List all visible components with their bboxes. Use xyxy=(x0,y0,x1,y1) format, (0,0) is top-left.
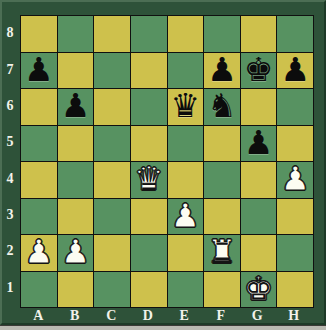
file-label-c: C xyxy=(93,306,130,325)
file-label-a: A xyxy=(20,306,57,325)
piece-white-pawn[interactable]: ♟ xyxy=(171,199,201,232)
rank-label-7: 7 xyxy=(0,51,20,87)
square-c7[interactable] xyxy=(94,53,130,89)
square-c4[interactable] xyxy=(94,162,130,198)
square-g4[interactable] xyxy=(241,162,277,198)
square-b2[interactable]: ♟ xyxy=(58,235,94,271)
square-d1[interactable] xyxy=(131,272,167,308)
square-c5[interactable] xyxy=(94,126,130,162)
piece-black-pawn[interactable]: ♟ xyxy=(24,53,54,86)
square-c3[interactable] xyxy=(94,199,130,235)
rank-label-4: 4 xyxy=(0,161,20,197)
square-b4[interactable] xyxy=(58,162,94,198)
square-g3[interactable] xyxy=(241,199,277,235)
square-a4[interactable] xyxy=(21,162,57,198)
window-edge-strip xyxy=(0,325,326,330)
square-a1[interactable] xyxy=(21,272,57,308)
file-label-b: B xyxy=(57,306,94,325)
piece-white-pawn[interactable]: ♟ xyxy=(24,235,54,268)
square-c2[interactable] xyxy=(94,235,130,271)
square-g5[interactable]: ♟ xyxy=(241,126,277,162)
square-g1[interactable]: ♚ xyxy=(241,272,277,308)
square-b5[interactable] xyxy=(58,126,94,162)
rank-label-8: 8 xyxy=(0,15,20,51)
square-c6[interactable] xyxy=(94,89,130,125)
square-g7[interactable]: ♚ xyxy=(241,53,277,89)
square-a8[interactable] xyxy=(21,16,57,52)
rank-label-2: 2 xyxy=(0,233,20,269)
piece-black-knight[interactable]: ♞ xyxy=(207,89,237,122)
file-label-d: D xyxy=(130,306,167,325)
square-a5[interactable] xyxy=(21,126,57,162)
chess-board: ♟♟♚♟♟♛♞♟♛♟♟♟♟♜♚ xyxy=(20,15,314,308)
file-label-f: F xyxy=(203,306,240,325)
square-e3[interactable]: ♟ xyxy=(168,199,204,235)
piece-black-pawn[interactable]: ♟ xyxy=(61,89,91,122)
rank-labels: 87654321 xyxy=(0,15,20,306)
square-a3[interactable] xyxy=(21,199,57,235)
square-d5[interactable] xyxy=(131,126,167,162)
square-b1[interactable] xyxy=(58,272,94,308)
file-labels: ABCDEFGH xyxy=(20,306,312,325)
square-e7[interactable] xyxy=(168,53,204,89)
file-label-e: E xyxy=(166,306,203,325)
rank-label-1: 1 xyxy=(0,270,20,306)
piece-black-queen[interactable]: ♛ xyxy=(171,89,201,122)
square-b6[interactable]: ♟ xyxy=(58,89,94,125)
piece-white-rook[interactable]: ♜ xyxy=(207,235,237,268)
square-g2[interactable] xyxy=(241,235,277,271)
square-d2[interactable] xyxy=(131,235,167,271)
square-f1[interactable] xyxy=(204,272,240,308)
square-d3[interactable] xyxy=(131,199,167,235)
square-d6[interactable] xyxy=(131,89,167,125)
square-g8[interactable] xyxy=(241,16,277,52)
piece-white-king[interactable]: ♚ xyxy=(244,272,274,305)
square-d4[interactable]: ♛ xyxy=(131,162,167,198)
square-h6[interactable] xyxy=(277,89,313,125)
square-h5[interactable] xyxy=(277,126,313,162)
square-f6[interactable]: ♞ xyxy=(204,89,240,125)
square-c1[interactable] xyxy=(94,272,130,308)
chess-board-screenshot: 87654321 ♟♟♚♟♟♛♞♟♛♟♟♟♟♜♚ ABCDEFGH xyxy=(0,0,326,330)
square-f7[interactable]: ♟ xyxy=(204,53,240,89)
square-f5[interactable] xyxy=(204,126,240,162)
square-a2[interactable]: ♟ xyxy=(21,235,57,271)
square-e5[interactable] xyxy=(168,126,204,162)
piece-black-pawn[interactable]: ♟ xyxy=(280,53,310,86)
square-g6[interactable] xyxy=(241,89,277,125)
square-b3[interactable] xyxy=(58,199,94,235)
file-label-h: H xyxy=(276,306,313,325)
rank-label-3: 3 xyxy=(0,197,20,233)
square-h3[interactable] xyxy=(277,199,313,235)
piece-black-pawn[interactable]: ♟ xyxy=(244,126,274,159)
square-a6[interactable] xyxy=(21,89,57,125)
piece-black-king[interactable]: ♚ xyxy=(244,53,274,86)
square-e2[interactable] xyxy=(168,235,204,271)
rank-label-6: 6 xyxy=(0,88,20,124)
square-f4[interactable] xyxy=(204,162,240,198)
piece-black-pawn[interactable]: ♟ xyxy=(207,53,237,86)
rank-label-5: 5 xyxy=(0,124,20,160)
square-e4[interactable] xyxy=(168,162,204,198)
square-e6[interactable]: ♛ xyxy=(168,89,204,125)
square-b8[interactable] xyxy=(58,16,94,52)
square-h8[interactable] xyxy=(277,16,313,52)
piece-white-queen[interactable]: ♛ xyxy=(134,162,164,195)
square-h1[interactable] xyxy=(277,272,313,308)
square-d8[interactable] xyxy=(131,16,167,52)
square-a7[interactable]: ♟ xyxy=(21,53,57,89)
file-label-g: G xyxy=(239,306,276,325)
square-h2[interactable] xyxy=(277,235,313,271)
piece-white-pawn[interactable]: ♟ xyxy=(280,162,310,195)
square-e8[interactable] xyxy=(168,16,204,52)
square-f3[interactable] xyxy=(204,199,240,235)
square-d7[interactable] xyxy=(131,53,167,89)
square-e1[interactable] xyxy=(168,272,204,308)
piece-white-pawn[interactable]: ♟ xyxy=(61,235,91,268)
square-c8[interactable] xyxy=(94,16,130,52)
square-b7[interactable] xyxy=(58,53,94,89)
square-f2[interactable]: ♜ xyxy=(204,235,240,271)
square-h4[interactable]: ♟ xyxy=(277,162,313,198)
square-h7[interactable]: ♟ xyxy=(277,53,313,89)
square-f8[interactable] xyxy=(204,16,240,52)
